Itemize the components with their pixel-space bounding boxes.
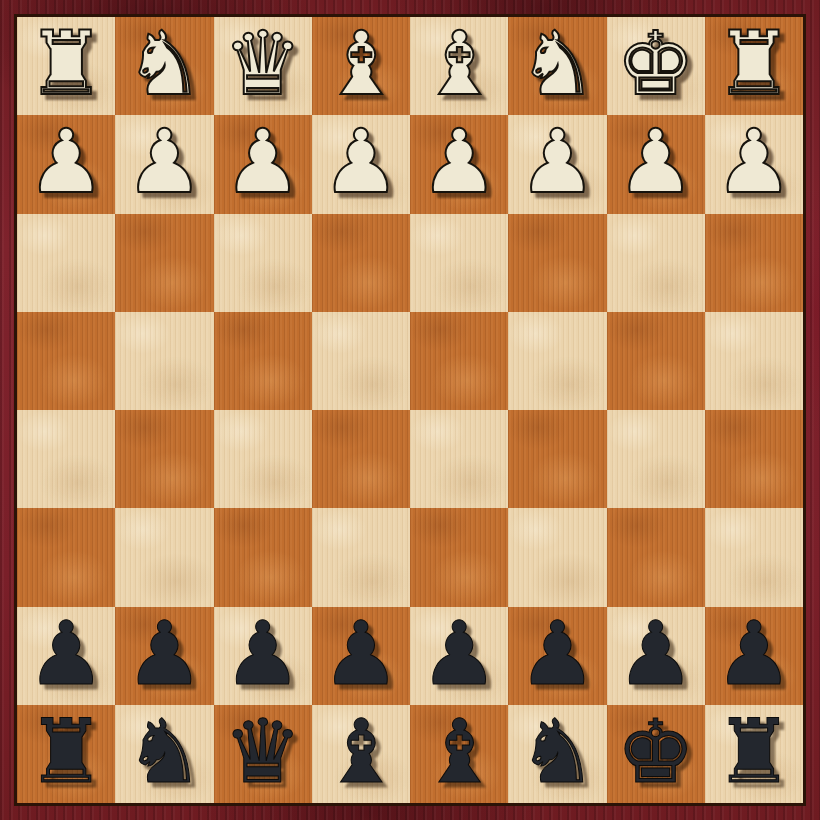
square[interactable]: [312, 312, 410, 410]
square[interactable]: [410, 508, 508, 606]
square[interactable]: ♟: [17, 607, 115, 705]
square[interactable]: [312, 410, 410, 508]
chess-board: ♜♞♛♝♝♞♚♜♟♟♟♟♟♟♟♟♟♟♟♟♟♟♟♟♜♞♛♝♝♞♚♜: [17, 17, 803, 803]
white-queen[interactable]: ♛: [223, 20, 302, 108]
square[interactable]: [17, 312, 115, 410]
black-pawn[interactable]: ♟: [616, 610, 695, 698]
square[interactable]: [607, 508, 705, 606]
square[interactable]: ♟: [214, 115, 312, 213]
square[interactable]: ♝: [410, 705, 508, 803]
white-bishop[interactable]: ♝: [321, 20, 400, 108]
white-pawn[interactable]: ♟: [223, 118, 302, 206]
black-knight[interactable]: ♞: [125, 708, 204, 796]
white-pawn[interactable]: ♟: [420, 118, 499, 206]
black-rook[interactable]: ♜: [27, 708, 106, 796]
board-inner-border: ♜♞♛♝♝♞♚♜♟♟♟♟♟♟♟♟♟♟♟♟♟♟♟♟♜♞♛♝♝♞♚♜: [14, 14, 806, 806]
black-pawn[interactable]: ♟: [420, 610, 499, 698]
square[interactable]: ♟: [705, 607, 803, 705]
square[interactable]: [607, 312, 705, 410]
square[interactable]: ♝: [312, 705, 410, 803]
square[interactable]: [312, 214, 410, 312]
square[interactable]: [705, 508, 803, 606]
square[interactable]: ♜: [17, 17, 115, 115]
black-pawn[interactable]: ♟: [223, 610, 302, 698]
square[interactable]: ♚: [607, 705, 705, 803]
square[interactable]: [214, 312, 312, 410]
black-pawn[interactable]: ♟: [27, 610, 106, 698]
black-pawn[interactable]: ♟: [714, 610, 793, 698]
square[interactable]: ♟: [410, 115, 508, 213]
square[interactable]: ♟: [214, 607, 312, 705]
square[interactable]: ♟: [607, 607, 705, 705]
square[interactable]: ♟: [410, 607, 508, 705]
black-bishop[interactable]: ♝: [420, 708, 499, 796]
square[interactable]: [705, 214, 803, 312]
white-bishop[interactable]: ♝: [420, 20, 499, 108]
square[interactable]: [17, 410, 115, 508]
black-king[interactable]: ♚: [616, 708, 695, 796]
square[interactable]: ♟: [17, 115, 115, 213]
square[interactable]: ♞: [508, 705, 606, 803]
square[interactable]: [410, 214, 508, 312]
square[interactable]: [508, 410, 606, 508]
white-pawn[interactable]: ♟: [714, 118, 793, 206]
square[interactable]: ♟: [115, 115, 213, 213]
square[interactable]: ♟: [312, 115, 410, 213]
square[interactable]: [705, 410, 803, 508]
black-pawn[interactable]: ♟: [321, 610, 400, 698]
white-pawn[interactable]: ♟: [125, 118, 204, 206]
square[interactable]: ♟: [115, 607, 213, 705]
square[interactable]: ♜: [17, 705, 115, 803]
white-rook[interactable]: ♜: [27, 20, 106, 108]
white-pawn[interactable]: ♟: [616, 118, 695, 206]
square[interactable]: [705, 312, 803, 410]
square[interactable]: ♞: [115, 705, 213, 803]
white-pawn[interactable]: ♟: [321, 118, 400, 206]
black-pawn[interactable]: ♟: [125, 610, 204, 698]
black-pawn[interactable]: ♟: [518, 610, 597, 698]
square[interactable]: [410, 410, 508, 508]
square[interactable]: ♟: [607, 115, 705, 213]
square[interactable]: ♜: [705, 705, 803, 803]
white-king[interactable]: ♚: [616, 20, 695, 108]
square[interactable]: [214, 508, 312, 606]
square[interactable]: [214, 214, 312, 312]
square[interactable]: [508, 214, 606, 312]
square[interactable]: ♜: [705, 17, 803, 115]
black-knight[interactable]: ♞: [518, 708, 597, 796]
square[interactable]: [115, 410, 213, 508]
square[interactable]: ♟: [508, 115, 606, 213]
square[interactable]: [115, 508, 213, 606]
square[interactable]: ♚: [607, 17, 705, 115]
square[interactable]: [410, 312, 508, 410]
square[interactable]: ♛: [214, 17, 312, 115]
square[interactable]: [214, 410, 312, 508]
square[interactable]: ♞: [115, 17, 213, 115]
white-pawn[interactable]: ♟: [518, 118, 597, 206]
black-rook[interactable]: ♜: [714, 708, 793, 796]
square[interactable]: ♞: [508, 17, 606, 115]
chess-board-frame: ♜♞♛♝♝♞♚♜♟♟♟♟♟♟♟♟♟♟♟♟♟♟♟♟♜♞♛♝♝♞♚♜: [0, 0, 820, 820]
square[interactable]: [312, 508, 410, 606]
white-knight[interactable]: ♞: [518, 20, 597, 108]
square[interactable]: [508, 312, 606, 410]
square[interactable]: ♝: [410, 17, 508, 115]
square[interactable]: ♛: [214, 705, 312, 803]
white-pawn[interactable]: ♟: [27, 118, 106, 206]
square[interactable]: [607, 214, 705, 312]
square[interactable]: [607, 410, 705, 508]
white-knight[interactable]: ♞: [125, 20, 204, 108]
square[interactable]: ♝: [312, 17, 410, 115]
black-bishop[interactable]: ♝: [321, 708, 400, 796]
square[interactable]: [115, 214, 213, 312]
square[interactable]: ♟: [705, 115, 803, 213]
square[interactable]: [115, 312, 213, 410]
black-queen[interactable]: ♛: [223, 708, 302, 796]
square[interactable]: [17, 214, 115, 312]
square[interactable]: [17, 508, 115, 606]
square[interactable]: [508, 508, 606, 606]
square[interactable]: ♟: [508, 607, 606, 705]
white-rook[interactable]: ♜: [714, 20, 793, 108]
square[interactable]: ♟: [312, 607, 410, 705]
